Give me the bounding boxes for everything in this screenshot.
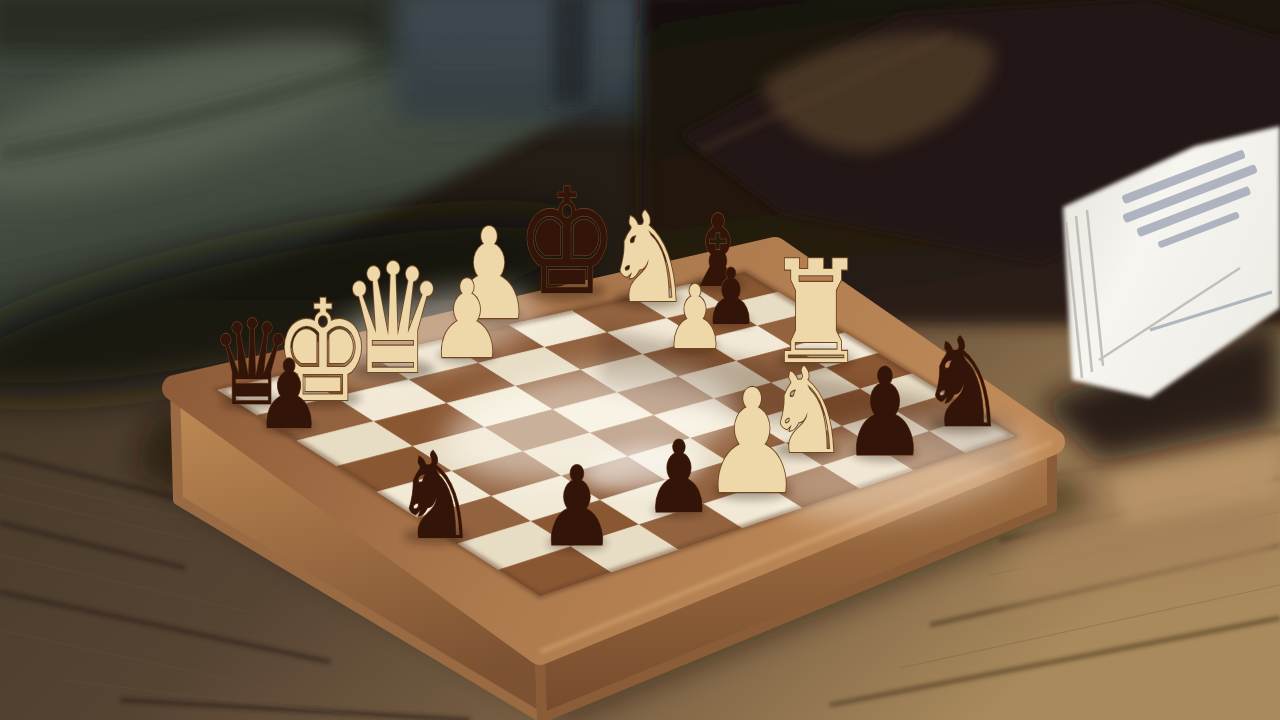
piece-white-pawn-f6[interactable]: ♟ bbox=[664, 267, 726, 370]
piece-black-knight-a3[interactable]: ♞ bbox=[394, 426, 478, 565]
window-frame-bar bbox=[553, 0, 589, 105]
piece-white-pawn-e2[interactable]: ♟ bbox=[702, 358, 803, 525]
piece-black-pawn-g2[interactable]: ♟ bbox=[842, 341, 927, 484]
piece-black-pawn-a7[interactable]: ♟ bbox=[255, 339, 322, 451]
piece-black-pawn-b2[interactable]: ♟ bbox=[539, 442, 616, 570]
piece-black-knight-h1[interactable]: ♞ bbox=[920, 311, 1007, 455]
photo-chess-scene: ♝♚♞♟♟♟♟♜♛♚♛♞♟♞♟♟♟♞♟ bbox=[0, 0, 1280, 720]
chess-photo-canvas: ♝♚♞♟♟♟♟♜♛♚♛♞♟♞♟♟♟♞♟ bbox=[0, 0, 1280, 720]
piece-black-pawn-c2[interactable]: ♟ bbox=[644, 419, 714, 535]
